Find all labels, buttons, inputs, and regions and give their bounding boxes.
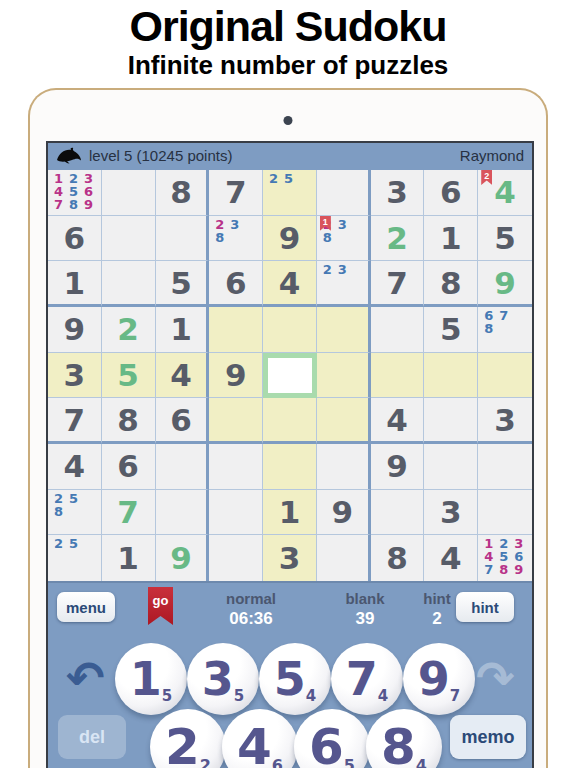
numpad-ball-5[interactable]: 54: [259, 643, 331, 715]
pencil-mark-5: 5: [281, 172, 296, 185]
cell-r6c8[interactable]: [424, 398, 478, 444]
pencil-mark-8: 8: [481, 322, 496, 335]
cell-r4c8[interactable]: 5: [424, 307, 478, 353]
cell-value: 5: [494, 220, 516, 256]
numpad-ball-6[interactable]: 65: [294, 709, 370, 768]
cell-r5c8[interactable]: [424, 353, 478, 399]
cell-value: 8: [440, 265, 462, 301]
cell-r7c8[interactable]: [424, 444, 478, 490]
pencil-mark-3: 3: [335, 263, 350, 276]
cell-r4c5[interactable]: [263, 307, 317, 353]
cell-value: 7: [386, 265, 408, 301]
numpad-ball-7[interactable]: 74: [331, 643, 403, 715]
cell-r7c9[interactable]: [478, 444, 532, 490]
cell-r3c9[interactable]: 9: [478, 261, 532, 307]
cell-r2c2[interactable]: [102, 216, 156, 262]
cell-r7c5[interactable]: [263, 444, 317, 490]
cell-r3c1[interactable]: 1: [48, 261, 102, 307]
cell-r3c2[interactable]: [102, 261, 156, 307]
cell-r8c1[interactable]: 258: [48, 490, 102, 536]
numpad-digit-4: 4: [237, 718, 272, 768]
pencil-mark-8: 8: [320, 231, 335, 244]
cell-value: 6: [117, 448, 139, 484]
pencil-mark-7: 7: [496, 309, 511, 322]
pencil-marks: 238: [212, 218, 242, 244]
cell-r7c4[interactable]: [209, 444, 263, 490]
cell-r7c7[interactable]: 9: [371, 444, 425, 490]
cell-r9c5[interactable]: 3: [263, 535, 317, 581]
cell-value: 1: [64, 265, 86, 301]
cell-value: 9: [279, 220, 301, 256]
cell-value: 4: [279, 265, 301, 301]
cell-r1c5[interactable]: 25: [263, 170, 317, 216]
numpad-count-9: 7: [450, 687, 460, 705]
cell-value: 6: [170, 402, 192, 438]
app-store-subtitle: Infinite number of puzzles: [0, 50, 576, 81]
cell-r1c6[interactable]: [317, 170, 371, 216]
cell-r5c4[interactable]: 9: [209, 353, 263, 399]
cell-r2c4[interactable]: 238: [209, 216, 263, 262]
cell-r3c4[interactable]: 6: [209, 261, 263, 307]
pencil-mark-3: 3: [335, 218, 350, 231]
cell-r8c4[interactable]: [209, 490, 263, 536]
numpad-digit-6: 6: [309, 718, 344, 768]
numpad-count-4: 6: [272, 756, 283, 768]
numpad-ball-8[interactable]: 84: [366, 709, 442, 768]
cell-r9c7[interactable]: 8: [371, 535, 425, 581]
go-ribbon-button[interactable]: go: [148, 587, 173, 625]
cell-r6c9[interactable]: 3: [478, 398, 532, 444]
cell-value: 1: [440, 220, 462, 256]
cell-r5c3[interactable]: 4: [156, 353, 210, 399]
pencil-mark-2: 2: [212, 218, 227, 231]
cell-value: 4: [440, 540, 462, 576]
player-name: Raymond: [460, 147, 524, 164]
pencil-mark-5: 5: [66, 537, 81, 550]
numpad-ball-9[interactable]: 97: [403, 643, 475, 715]
cell-value: 7: [64, 402, 86, 438]
app-screen: level 5 (10245 points) Raymond 123456789…: [46, 141, 534, 768]
cell-r7c2[interactable]: 6: [102, 444, 156, 490]
mode-status: normal 06:36: [203, 590, 299, 629]
cell-r4c4[interactable]: [209, 307, 263, 353]
cell-value: 9: [170, 540, 192, 576]
cell-r7c1[interactable]: 4: [48, 444, 102, 490]
cell-r8c3[interactable]: [156, 490, 210, 536]
cell-value: 5: [440, 311, 462, 347]
cell-r3c7[interactable]: 7: [371, 261, 425, 307]
cell-r9c6[interactable]: [317, 535, 371, 581]
cell-r7c3[interactable]: [156, 444, 210, 490]
numpad-digit-5: 5: [274, 652, 306, 706]
pencil-mark-7: 7: [481, 563, 496, 576]
pencil-marks: 25: [51, 537, 81, 550]
cell-value: 3: [64, 357, 86, 393]
cell-value: 3: [386, 174, 408, 210]
cell-r4c2[interactable]: 2: [102, 307, 156, 353]
cell-r5c6[interactable]: [317, 353, 371, 399]
numpad-count-5: 4: [306, 687, 316, 705]
cell-value: 5: [170, 265, 192, 301]
cell-r5c1[interactable]: 3: [48, 353, 102, 399]
pencil-mark-8: 8: [66, 198, 81, 211]
pencil-marks: 123456789: [481, 537, 526, 576]
mode-label: normal: [203, 590, 299, 607]
cell-r1c4[interactable]: 7: [209, 170, 263, 216]
cell-r1c7[interactable]: 3: [371, 170, 425, 216]
numpad-ball-4[interactable]: 46: [222, 709, 298, 768]
memo-button[interactable]: memo: [450, 715, 526, 759]
pencil-mark-5: 5: [66, 492, 81, 505]
cell-r7c6[interactable]: [317, 444, 371, 490]
cell-value: 7: [225, 174, 247, 210]
cell-value: 1: [117, 540, 139, 576]
cell-r2c7[interactable]: 2: [371, 216, 425, 262]
cell-r5c2[interactable]: 5: [102, 353, 156, 399]
pencil-marks: 258: [51, 492, 81, 518]
cell-r4c3[interactable]: 1: [156, 307, 210, 353]
cell-value: 8: [386, 540, 408, 576]
cell-r8c9[interactable]: [478, 490, 532, 536]
cell-r4c9[interactable]: 678: [478, 307, 532, 353]
cell-r9c2[interactable]: 1: [102, 535, 156, 581]
redo-icon[interactable]: ↷: [476, 655, 515, 701]
delete-button[interactable]: del: [58, 715, 126, 759]
cell-value: 4: [494, 174, 516, 210]
pencil-marks: 25: [266, 172, 296, 185]
numpad-count-2: 2: [200, 756, 211, 768]
cell-value: 3: [440, 494, 462, 530]
cell-r4c7[interactable]: [371, 307, 425, 353]
cell-r2c6[interactable]: 2381: [317, 216, 371, 262]
numpad-count-1: 5: [162, 687, 172, 705]
pencil-mark-2: 2: [51, 537, 66, 550]
cell-r8c8[interactable]: 3: [424, 490, 478, 536]
cell-r2c8[interactable]: 1: [424, 216, 478, 262]
numpad-digit-3: 3: [202, 652, 234, 706]
numpad-count-3: 5: [234, 687, 244, 705]
control-panel: menu go normal 06:36 blank 39 hint 2 hin…: [48, 583, 532, 768]
cell-r9c1[interactable]: 25: [48, 535, 102, 581]
cell-r3c6[interactable]: 23: [317, 261, 371, 307]
cell-r6c6[interactable]: [317, 398, 371, 444]
numpad-ball-1[interactable]: 15: [115, 643, 187, 715]
cell-r3c8[interactable]: 8: [424, 261, 478, 307]
cell-r9c8[interactable]: 4: [424, 535, 478, 581]
pencil-mark-8: 8: [51, 505, 66, 518]
cell-value: 2: [386, 220, 408, 256]
pencil-mark-9: 9: [81, 198, 96, 211]
pencil-mark-9: 9: [511, 563, 526, 576]
pencil-mark-8: 8: [496, 563, 511, 576]
cell-value: 8: [170, 174, 192, 210]
cell-value: 6: [225, 265, 247, 301]
cell-value: 4: [64, 448, 86, 484]
cell-r5c9[interactable]: [478, 353, 532, 399]
cell-r9c9[interactable]: 123456789: [478, 535, 532, 581]
cell-value: 3: [494, 402, 516, 438]
cell-value: 7: [117, 494, 139, 530]
cell-value: 4: [386, 402, 408, 438]
cell-r3c3[interactable]: 5: [156, 261, 210, 307]
cell-r6c1[interactable]: 7: [48, 398, 102, 444]
hint-button[interactable]: hint: [456, 592, 514, 622]
cell-r6c4[interactable]: [209, 398, 263, 444]
app-store-title: Original Sudoku: [0, 0, 576, 52]
cell-value: 9: [331, 494, 353, 530]
cell-r2c3[interactable]: [156, 216, 210, 262]
cell-value: 8: [117, 402, 139, 438]
cell-r1c1[interactable]: 123456789: [48, 170, 102, 216]
pencil-mark-8: 8: [212, 231, 227, 244]
flag-badge: 2: [481, 170, 492, 185]
pencil-marks: 678: [481, 309, 511, 335]
cell-r9c4[interactable]: [209, 535, 263, 581]
cell-r5c7[interactable]: [371, 353, 425, 399]
numpad-count-8: 4: [416, 756, 427, 768]
pencil-mark-2: 2: [51, 492, 66, 505]
cell-value: 6: [64, 220, 86, 256]
undo-icon[interactable]: ↶: [66, 655, 105, 701]
pencil-mark-2: 2: [320, 263, 335, 276]
cell-r8c2[interactable]: 7: [102, 490, 156, 536]
app-header: level 5 (10245 points) Raymond: [48, 143, 532, 167]
numpad-digit-9: 9: [418, 652, 450, 706]
cell-r6c2[interactable]: 8: [102, 398, 156, 444]
cell-value: 9: [386, 448, 408, 484]
cell-value: 1: [170, 311, 192, 347]
cell-r6c3[interactable]: 6: [156, 398, 210, 444]
cell-r6c5[interactable]: [263, 398, 317, 444]
numpad-ball-3[interactable]: 35: [187, 643, 259, 715]
cell-value: 9: [64, 311, 86, 347]
cell-r5c5[interactable]: [263, 353, 317, 399]
numpad-digit-1: 1: [130, 652, 162, 706]
camera-icon: [284, 116, 293, 125]
pencil-mark-2: 2: [266, 172, 281, 185]
cell-r2c5[interactable]: 9: [263, 216, 317, 262]
numpad-ball-2[interactable]: 22: [150, 709, 226, 768]
cell-value: 5: [117, 357, 139, 393]
pencil-mark-7: 7: [51, 198, 66, 211]
cell-r1c2[interactable]: [102, 170, 156, 216]
cell-r4c1[interactable]: 9: [48, 307, 102, 353]
cell-value: 9: [225, 357, 247, 393]
cell-r1c8[interactable]: 6: [424, 170, 478, 216]
cell-r2c9[interactable]: 5: [478, 216, 532, 262]
numpad-count-7: 4: [378, 687, 388, 705]
numpad-digit-8: 8: [381, 718, 416, 768]
dolphin-icon: [56, 147, 82, 164]
sudoku-grid: 1234567898725364262389238121515642378992…: [48, 167, 532, 583]
cell-value: 1: [279, 494, 301, 530]
menu-button[interactable]: menu: [57, 592, 115, 622]
pencil-marks: 123456789: [51, 172, 96, 211]
pencil-mark-3: 3: [227, 218, 242, 231]
pencil-marks: 23: [320, 263, 350, 276]
numpad-digit-2: 2: [165, 718, 200, 768]
cell-r6c7[interactable]: 4: [371, 398, 425, 444]
cell-value: 9: [494, 265, 516, 301]
cell-r2c1[interactable]: 6: [48, 216, 102, 262]
numpad-digit-7: 7: [346, 652, 378, 706]
level-text: level 5 (10245 points): [89, 147, 232, 164]
cell-r3c5[interactable]: 4: [263, 261, 317, 307]
cell-r1c3[interactable]: 8: [156, 170, 210, 216]
cell-r8c6[interactable]: 9: [317, 490, 371, 536]
cell-r8c5[interactable]: 1: [263, 490, 317, 536]
ipad-frame: level 5 (10245 points) Raymond 123456789…: [28, 88, 548, 768]
cell-value: 3: [279, 540, 301, 576]
timer-value: 06:36: [203, 609, 299, 629]
cell-value: 4: [170, 357, 192, 393]
cell-value: 2: [117, 311, 139, 347]
cell-r4c6[interactable]: [317, 307, 371, 353]
cell-r8c7[interactable]: [371, 490, 425, 536]
cell-value: 6: [440, 174, 462, 210]
cell-r9c3[interactable]: 9: [156, 535, 210, 581]
cell-r1c9[interactable]: 42: [478, 170, 532, 216]
numpad-count-6: 5: [344, 756, 355, 768]
